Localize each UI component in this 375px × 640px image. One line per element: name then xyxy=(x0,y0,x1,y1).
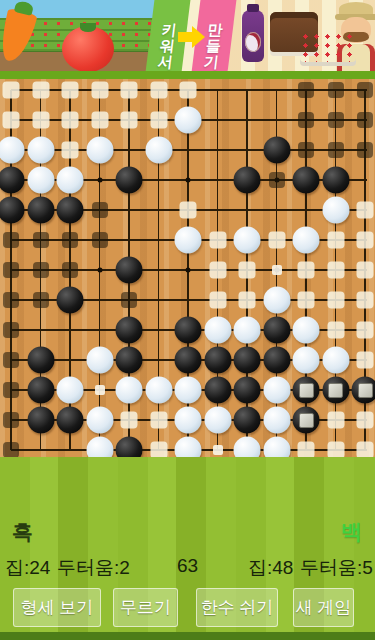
white-stone xyxy=(293,317,320,344)
white-territory-marker xyxy=(121,82,138,99)
white-stone xyxy=(175,377,202,404)
black-thickness-count: 두터움:2 xyxy=(57,555,130,581)
white-stone xyxy=(322,197,349,224)
white-territory-marker xyxy=(209,232,226,249)
black-territory-marker xyxy=(3,232,19,248)
white-stone xyxy=(86,137,113,164)
black-stone xyxy=(175,317,202,344)
black-stone xyxy=(234,347,261,374)
black-stone xyxy=(57,197,84,224)
white-territory-marker xyxy=(357,232,374,249)
black-stone xyxy=(57,407,84,434)
white-stone xyxy=(175,407,202,434)
white-stone xyxy=(86,407,113,434)
black-stone xyxy=(57,287,84,314)
tomato-icon xyxy=(62,26,114,71)
black-stone xyxy=(116,347,143,374)
white-territory-marker xyxy=(357,292,374,309)
white-territory-marker xyxy=(150,412,167,429)
black-stone xyxy=(175,347,202,374)
white-stone xyxy=(204,407,231,434)
black-territory-marker xyxy=(3,442,19,457)
white-territory-marker xyxy=(3,112,20,129)
white-stone xyxy=(57,167,84,194)
black-territory-marker xyxy=(357,142,373,158)
white-stone xyxy=(234,317,261,344)
undo-button[interactable]: 무르기 xyxy=(113,588,178,627)
white-territory-marker xyxy=(121,412,138,429)
black-stone xyxy=(234,167,261,194)
black-stone xyxy=(0,167,25,194)
black-territory-marker xyxy=(121,292,137,308)
dead-black-stone xyxy=(293,407,320,434)
white-stone xyxy=(116,377,143,404)
white-territory-marker xyxy=(327,292,344,309)
white-territory-marker xyxy=(357,322,374,339)
white-territory-marker xyxy=(180,202,197,219)
black-stone xyxy=(234,407,261,434)
black-territory-marker xyxy=(33,232,49,248)
dead-stone-marker xyxy=(328,383,343,398)
white-territory-marker xyxy=(327,412,344,429)
black-territory-marker xyxy=(357,82,373,98)
black-territory-marker xyxy=(92,202,108,218)
white-stone xyxy=(263,407,290,434)
white-territory-marker xyxy=(298,262,315,279)
grow-label: 키워서 xyxy=(156,12,181,60)
small-territory-marker xyxy=(95,385,105,395)
black-territory-marker xyxy=(92,232,108,248)
white-stone xyxy=(86,437,113,458)
white-territory-marker xyxy=(298,442,315,458)
small-territory-marker xyxy=(213,445,223,455)
strawberry-cake-icon xyxy=(300,32,356,62)
white-territory-marker xyxy=(3,82,20,99)
black-stone xyxy=(116,317,143,344)
white-territory-marker xyxy=(150,82,167,99)
new-game-button[interactable]: 새 게임 xyxy=(293,588,354,627)
black-territory-marker xyxy=(3,322,19,338)
black-stone xyxy=(204,347,231,374)
hoshi-point xyxy=(186,178,191,183)
dead-stone-marker xyxy=(299,413,314,428)
black-territory-marker xyxy=(298,82,314,98)
white-stone xyxy=(86,347,113,374)
hoshi-point xyxy=(186,268,191,273)
white-territory-marker xyxy=(327,442,344,458)
dead-black-stone xyxy=(322,377,349,404)
white-stone xyxy=(263,377,290,404)
white-territory-marker xyxy=(298,292,315,309)
white-territory-marker xyxy=(357,352,374,369)
ad-bakery-scene xyxy=(228,0,375,71)
white-territory-marker xyxy=(91,82,108,99)
white-territory-marker xyxy=(150,112,167,129)
white-territory-marker xyxy=(357,262,374,279)
black-stone xyxy=(263,347,290,374)
black-stone xyxy=(0,197,25,224)
black-stone xyxy=(263,137,290,164)
white-territory-marker xyxy=(327,322,344,339)
white-stone xyxy=(293,347,320,374)
white-territory-marker xyxy=(180,82,197,99)
white-territory-marker xyxy=(62,112,79,129)
white-stone xyxy=(234,227,261,254)
black-territory-marker xyxy=(3,412,19,428)
dead-black-stone xyxy=(293,377,320,404)
black-territory-marker xyxy=(3,352,19,368)
white-territory-marker xyxy=(239,292,256,309)
black-territory-marker xyxy=(62,262,78,278)
black-stone xyxy=(116,167,143,194)
black-territory-marker xyxy=(328,82,344,98)
go-board[interactable] xyxy=(0,79,375,457)
black-territory-marker xyxy=(357,112,373,128)
black-territory-marker xyxy=(62,232,78,248)
bottom-dark-bar xyxy=(0,632,375,640)
black-territory-marker xyxy=(3,382,19,398)
white-territory-marker xyxy=(268,232,285,249)
black-territory-marker xyxy=(328,142,344,158)
white-player-label: 백 xyxy=(341,518,362,546)
white-territory-marker xyxy=(357,442,374,458)
hoshi-point xyxy=(97,268,102,273)
white-stone xyxy=(175,107,202,134)
white-territory-marker xyxy=(32,82,49,99)
white-territory-marker xyxy=(209,262,226,279)
white-stone xyxy=(263,437,290,458)
white-stone xyxy=(293,227,320,254)
make-label: 만들기 xyxy=(202,12,227,60)
black-territory-marker xyxy=(298,142,314,158)
white-stone xyxy=(0,137,25,164)
white-stone xyxy=(322,347,349,374)
small-territory-marker xyxy=(272,265,282,275)
white-territory-marker xyxy=(150,442,167,458)
white-stone xyxy=(234,437,261,458)
white-territory-marker xyxy=(91,112,108,129)
black-territory-marker xyxy=(33,262,49,278)
dead-stone-marker xyxy=(299,383,314,398)
white-territory-marker xyxy=(32,112,49,129)
white-stone xyxy=(27,167,54,194)
black-stone xyxy=(234,377,261,404)
black-territory-marker xyxy=(328,112,344,128)
white-stone xyxy=(175,437,202,458)
black-territory-marker xyxy=(3,262,19,278)
dead-stone-marker xyxy=(358,383,373,398)
black-stone xyxy=(27,197,54,224)
black-territory-marker xyxy=(298,112,314,128)
black-stone xyxy=(293,167,320,194)
black-stone xyxy=(116,437,143,458)
hoshi-point xyxy=(97,178,102,183)
move-count: 63 xyxy=(177,555,198,577)
white-territory-marker xyxy=(357,412,374,429)
dead-black-stone xyxy=(352,377,375,404)
black-territory-marker xyxy=(3,292,19,308)
white-stone xyxy=(263,287,290,314)
black-stone xyxy=(27,407,54,434)
juice-bottle-icon xyxy=(242,10,264,62)
white-territory-marker xyxy=(62,82,79,99)
black-territory-count: 집:24 xyxy=(5,555,50,581)
white-stone xyxy=(57,377,84,404)
white-stone xyxy=(145,137,172,164)
white-territory-marker xyxy=(327,262,344,279)
white-territory-marker xyxy=(357,202,374,219)
black-stone xyxy=(116,257,143,284)
black-stone xyxy=(263,317,290,344)
white-stone xyxy=(204,317,231,344)
black-stone xyxy=(322,167,349,194)
black-stone xyxy=(27,347,54,374)
black-player-label: 흑 xyxy=(12,518,33,546)
white-territory-marker xyxy=(327,232,344,249)
white-territory-marker xyxy=(62,142,79,159)
score-stats: 집:24 두터움:2 63 집:48 두터움:5 xyxy=(0,555,375,579)
white-territory-count: 집:48 xyxy=(248,555,293,581)
estimate-score-button[interactable]: 형세 보기 xyxy=(13,588,101,627)
pass-button[interactable]: 한수 쉬기 xyxy=(196,588,278,627)
white-territory-marker xyxy=(239,262,256,279)
black-stone xyxy=(27,377,54,404)
white-territory-marker xyxy=(209,292,226,309)
top-green-strip xyxy=(0,71,375,79)
ad-banner[interactable]: 키워서 만들기 xyxy=(0,0,375,71)
black-territory-marker xyxy=(269,172,285,188)
white-thickness-count: 두터움:5 xyxy=(300,555,373,581)
white-stone xyxy=(175,227,202,254)
black-territory-marker xyxy=(33,292,49,308)
black-stone xyxy=(204,377,231,404)
white-stone xyxy=(145,377,172,404)
white-stone xyxy=(27,137,54,164)
white-territory-marker xyxy=(121,112,138,129)
